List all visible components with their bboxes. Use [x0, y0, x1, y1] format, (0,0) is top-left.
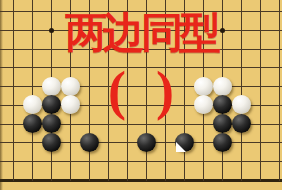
black-stone: [232, 114, 251, 133]
grid-line-horizontal: [0, 161, 282, 162]
grid-line-vertical: [32, 0, 33, 181]
black-stone: [80, 133, 99, 152]
black-stone: [42, 95, 61, 114]
grid-line-vertical: [279, 0, 280, 181]
star-point: [220, 28, 225, 33]
black-stone: [213, 95, 232, 114]
black-stone: [23, 114, 42, 133]
black-stone: [42, 114, 61, 133]
go-board: 两边同型 ( ): [0, 0, 282, 190]
black-stone: [213, 114, 232, 133]
puzzle-title: 两边同型: [65, 12, 217, 54]
grid-line-vertical: [13, 0, 14, 181]
paren-close: ): [156, 64, 174, 118]
star-point: [49, 28, 54, 33]
white-stone: [194, 77, 213, 96]
black-stone: [137, 133, 156, 152]
answer-blank: ( ): [108, 64, 174, 118]
white-stone: [194, 95, 213, 114]
black-stone: [42, 133, 61, 152]
black-stone: [213, 133, 232, 152]
white-stone: [61, 77, 80, 96]
paren-open: (: [108, 64, 126, 118]
white-stone: [232, 95, 251, 114]
board-bottom-edge-line: [0, 179, 282, 182]
white-stone: [213, 77, 232, 96]
white-stone: [23, 95, 42, 114]
black-stone-marked: [175, 133, 194, 152]
grid-line-vertical: [260, 0, 261, 181]
grid-line-vertical: [241, 0, 242, 181]
triangle-marker-icon: [176, 142, 186, 152]
white-stone: [42, 77, 61, 96]
white-stone: [61, 95, 80, 114]
